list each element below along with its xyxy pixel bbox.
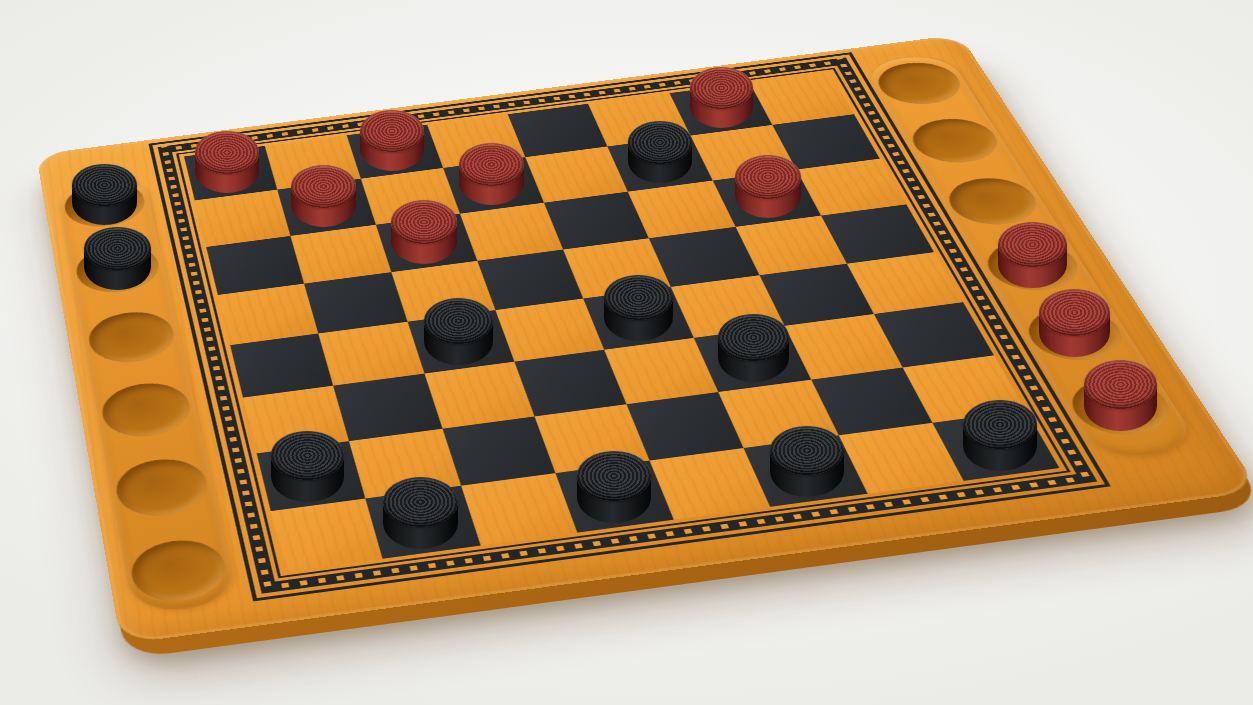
checker-black[interactable] [604,275,673,342]
checker-red[interactable] [291,165,356,228]
checker-top-face [195,131,259,173]
tray-slot [98,378,195,441]
tray-slot [112,454,212,521]
captured-checker-red[interactable] [998,222,1067,288]
checker-red[interactable] [391,200,457,264]
checker-top-face [963,400,1037,449]
checker-top-face [391,200,457,244]
checker-black[interactable] [271,431,344,501]
scene [0,0,1253,705]
checker-top-face [998,222,1067,267]
checker-top-face [577,451,652,500]
checker-red[interactable] [690,67,753,128]
captured-checker-red[interactable] [1084,360,1157,430]
tray-slot [127,535,231,606]
board-square[interactable] [271,498,383,571]
checker-black[interactable] [383,477,458,549]
checker-top-face [459,143,524,186]
checker-top-face [84,227,150,271]
checker-top-face [424,298,494,344]
tray-slot [85,307,179,367]
checker-red[interactable] [735,155,801,218]
checker-top-face [360,110,424,152]
checker-red[interactable] [459,143,524,205]
checker-red[interactable] [360,110,424,171]
checker-top-face [718,314,789,361]
tray-slot [869,58,971,108]
checker-top-face [770,426,844,475]
checker-black[interactable] [628,121,693,183]
checker-black[interactable] [424,298,494,365]
captured-checker-black[interactable] [72,164,136,226]
checker-top-face [72,164,136,207]
checker-top-face [291,165,356,208]
checker-top-face [604,275,673,321]
checker-black[interactable] [718,314,789,382]
tray-slot [938,174,1048,230]
checker-red[interactable] [195,131,259,192]
checker-top-face [271,431,344,479]
checker-top-face [1039,289,1110,336]
checker-top-face [628,121,693,164]
checker-black[interactable] [577,451,652,523]
captured-checker-black[interactable] [84,227,150,291]
checker-top-face [735,155,801,199]
checker-black[interactable] [963,400,1037,471]
checker-top-face [1084,360,1157,408]
checker-top-face [690,67,753,109]
checker-black[interactable] [770,426,844,497]
captured-checker-red[interactable] [1039,289,1110,357]
tray-slot [902,114,1008,167]
checker-top-face [383,477,458,526]
